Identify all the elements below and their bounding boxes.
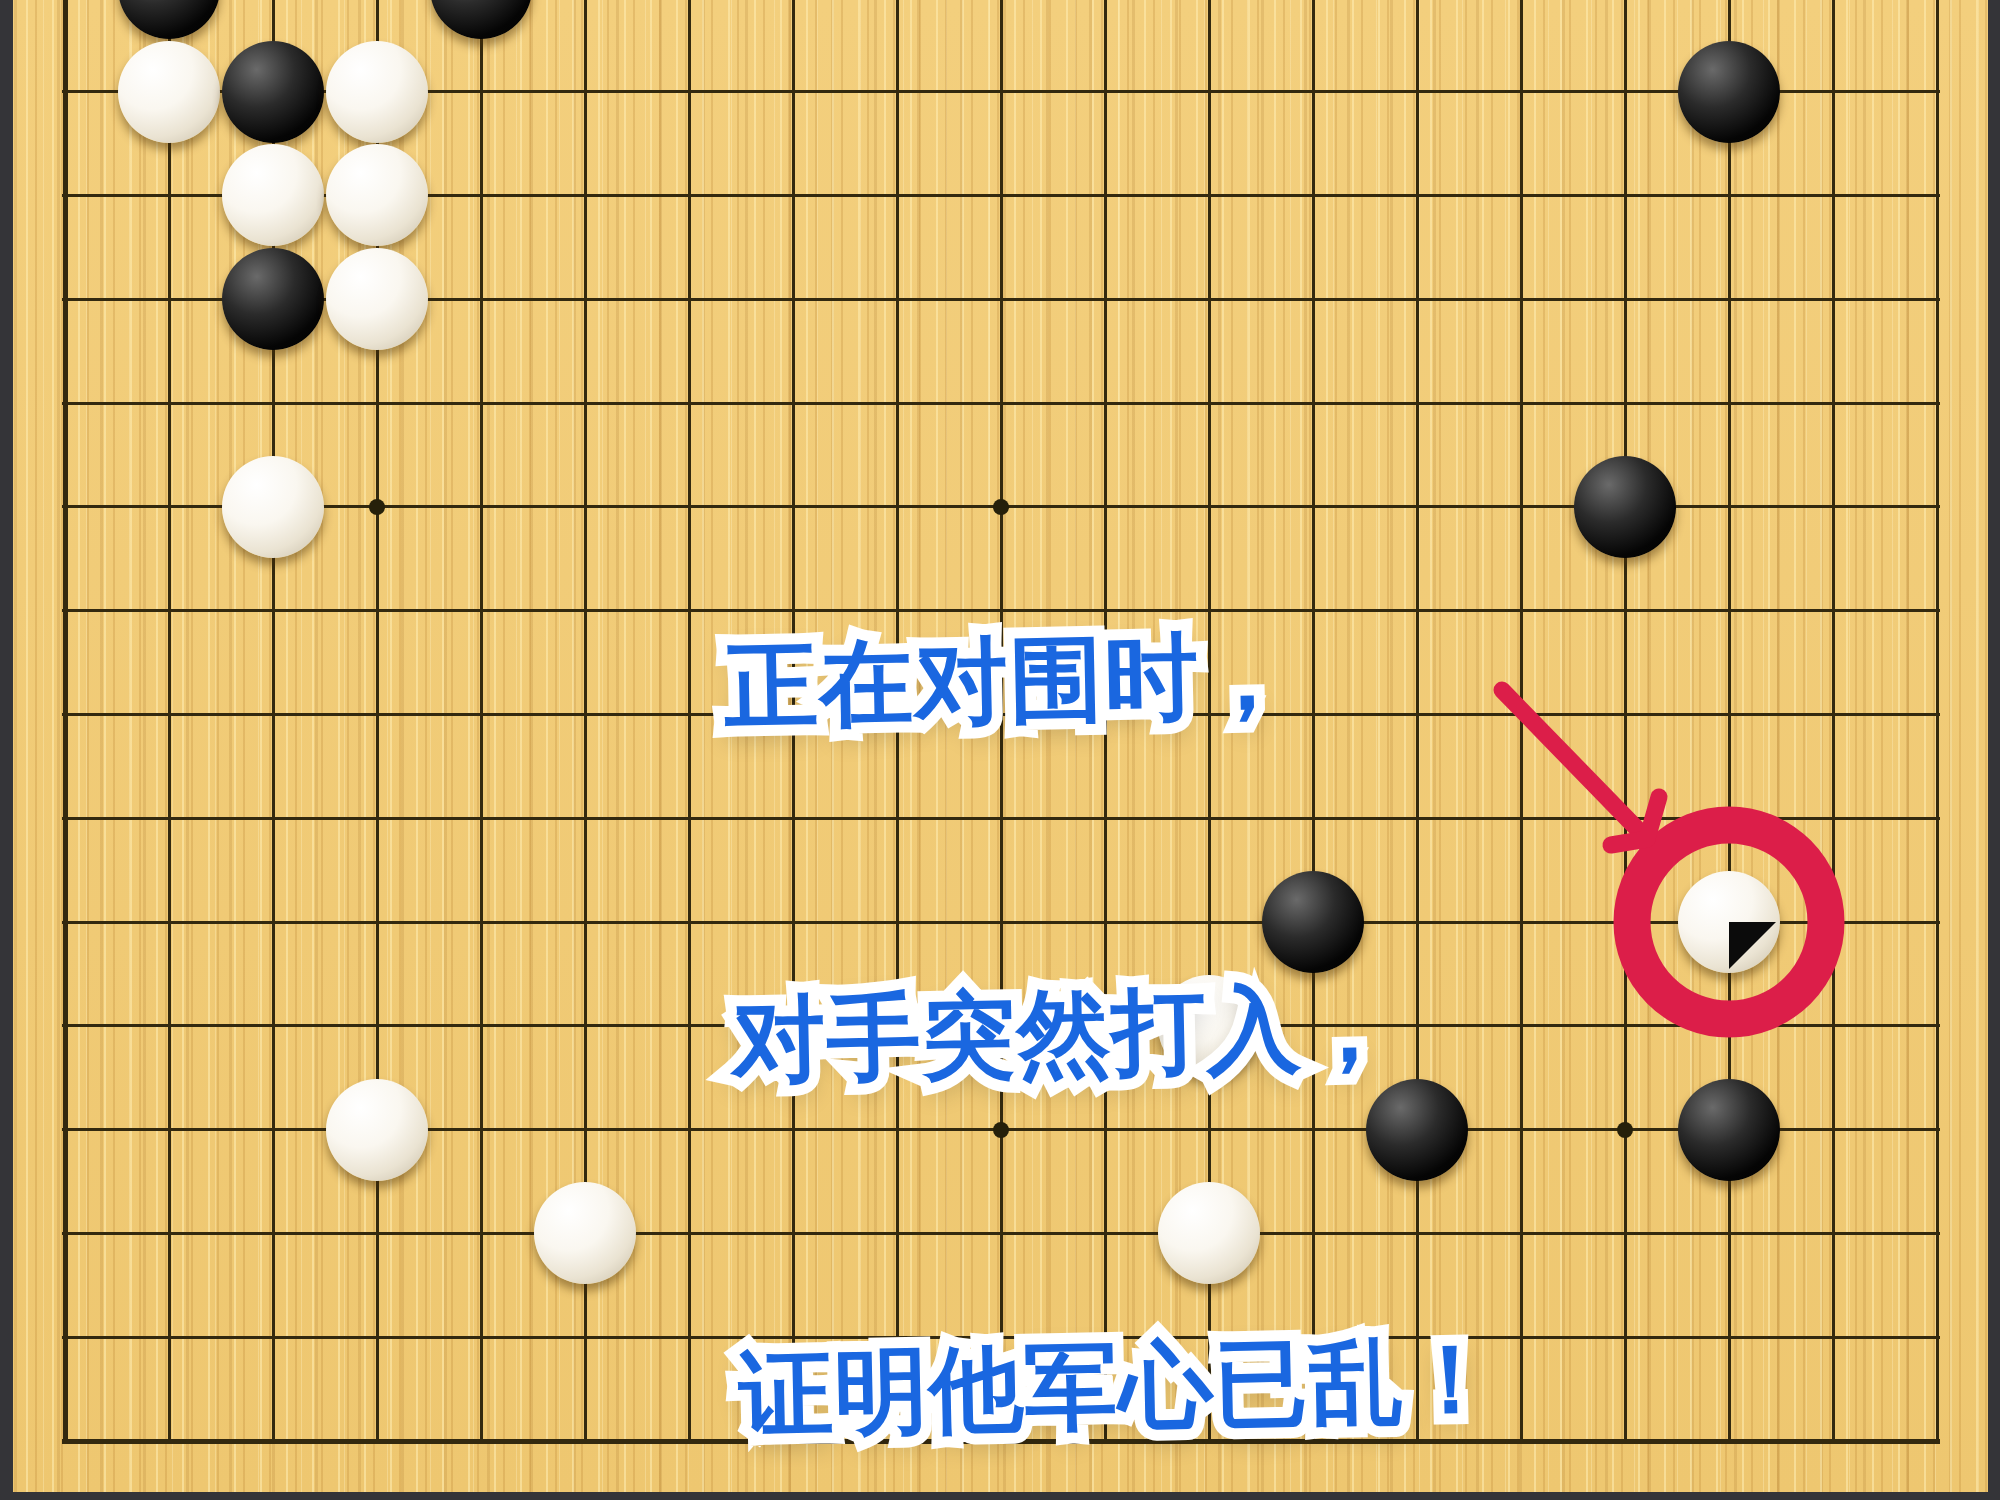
board-right-edge bbox=[1988, 0, 2000, 1500]
arrow-shaft bbox=[1502, 690, 1647, 839]
annotation-layer bbox=[0, 0, 2000, 1500]
go-app-screenshot: 正在对围时， 对手突然打入， 证明他军心已乱！ 正在对围时， 对手突然打入， 证… bbox=[0, 0, 2000, 1500]
board-bottom-edge bbox=[0, 1492, 2000, 1500]
highlight-circle bbox=[1632, 825, 1826, 1019]
board-left-edge bbox=[0, 0, 13, 1500]
